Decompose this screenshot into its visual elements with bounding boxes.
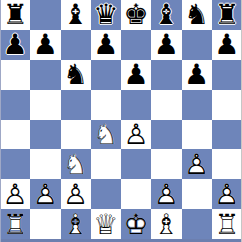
square-f3[interactable] bbox=[151, 149, 181, 179]
square-a2[interactable]: ♟♙ bbox=[0, 179, 30, 209]
piece-white-bishop: ♝♗ bbox=[151, 210, 181, 239]
square-d4[interactable]: ♞♘ bbox=[91, 120, 121, 150]
square-c6[interactable]: ♞ bbox=[61, 60, 91, 90]
piece-white-knight: ♞♘ bbox=[61, 150, 91, 179]
piece-black-king: ♚ bbox=[121, 0, 151, 29]
piece-white-rook: ♜♖ bbox=[0, 210, 30, 239]
square-f4[interactable] bbox=[151, 120, 181, 150]
square-c7[interactable] bbox=[61, 30, 91, 60]
square-a4[interactable] bbox=[0, 120, 30, 150]
piece-black-queen: ♛ bbox=[91, 0, 121, 29]
square-d7[interactable]: ♟ bbox=[91, 30, 121, 60]
piece-white-pawn: ♟♙ bbox=[61, 180, 91, 209]
square-e7[interactable] bbox=[121, 30, 151, 60]
square-d2[interactable] bbox=[91, 179, 121, 209]
piece-white-queen: ♛♕ bbox=[91, 210, 121, 239]
piece-white-king: ♚♔ bbox=[121, 210, 151, 239]
square-a1[interactable]: ♜♖ bbox=[0, 209, 30, 239]
square-e3[interactable] bbox=[121, 149, 151, 179]
square-b5[interactable] bbox=[30, 90, 60, 120]
square-a6[interactable] bbox=[0, 60, 30, 90]
square-b6[interactable] bbox=[30, 60, 60, 90]
square-e5[interactable] bbox=[121, 90, 151, 120]
piece-white-pawn: ♟♙ bbox=[121, 120, 151, 149]
square-b7[interactable]: ♟ bbox=[30, 30, 60, 60]
square-g2[interactable] bbox=[182, 179, 212, 209]
square-b8[interactable] bbox=[30, 0, 60, 30]
piece-white-knight: ♞♘ bbox=[91, 120, 121, 149]
piece-black-pawn: ♟ bbox=[0, 30, 30, 59]
square-e4[interactable]: ♟♙ bbox=[121, 120, 151, 150]
piece-black-pawn: ♟ bbox=[30, 30, 60, 59]
window-edge-right bbox=[241, 0, 242, 242]
piece-black-pawn: ♟ bbox=[151, 30, 181, 59]
square-h2[interactable]: ♟♙ bbox=[212, 179, 242, 209]
square-g1[interactable] bbox=[182, 209, 212, 239]
piece-black-rook: ♜ bbox=[212, 0, 242, 29]
piece-white-pawn: ♟♙ bbox=[212, 180, 242, 209]
square-g3[interactable]: ♟♙ bbox=[182, 149, 212, 179]
square-c8[interactable]: ♝ bbox=[61, 0, 91, 30]
square-f5[interactable] bbox=[151, 90, 181, 120]
chess-board-window: ♜♝♛♚♝♞♜♟♟♟♟♟♞♟♟♞♘♟♙♞♘♟♙♟♙♟♙♟♙♟♙♟♙♜♖♝♗♛♕♚… bbox=[0, 0, 242, 242]
piece-black-pawn: ♟ bbox=[182, 60, 212, 89]
square-h6[interactable] bbox=[212, 60, 242, 90]
square-b2[interactable]: ♟♙ bbox=[30, 179, 60, 209]
piece-black-pawn: ♟ bbox=[91, 30, 121, 59]
square-d1[interactable]: ♛♕ bbox=[91, 209, 121, 239]
piece-black-pawn: ♟ bbox=[121, 60, 151, 89]
square-g4[interactable] bbox=[182, 120, 212, 150]
piece-white-pawn: ♟♙ bbox=[182, 150, 212, 179]
square-a8[interactable]: ♜ bbox=[0, 0, 30, 30]
piece-white-pawn: ♟♙ bbox=[0, 180, 30, 209]
square-f7[interactable]: ♟ bbox=[151, 30, 181, 60]
square-a7[interactable]: ♟ bbox=[0, 30, 30, 60]
square-g8[interactable]: ♞ bbox=[182, 0, 212, 30]
square-f8[interactable]: ♝ bbox=[151, 0, 181, 30]
piece-black-rook: ♜ bbox=[0, 0, 30, 29]
square-f2[interactable]: ♟♙ bbox=[151, 179, 181, 209]
square-c5[interactable] bbox=[61, 90, 91, 120]
square-g7[interactable] bbox=[182, 30, 212, 60]
piece-black-pawn: ♟ bbox=[212, 30, 242, 59]
piece-white-pawn: ♟♙ bbox=[30, 180, 60, 209]
square-h5[interactable] bbox=[212, 90, 242, 120]
square-h7[interactable]: ♟ bbox=[212, 30, 242, 60]
square-e1[interactable]: ♚♔ bbox=[121, 209, 151, 239]
square-f6[interactable] bbox=[151, 60, 181, 90]
square-b3[interactable] bbox=[30, 149, 60, 179]
square-e6[interactable]: ♟ bbox=[121, 60, 151, 90]
piece-black-bishop: ♝ bbox=[61, 0, 91, 29]
piece-black-bishop: ♝ bbox=[151, 0, 181, 29]
piece-black-knight: ♞ bbox=[61, 60, 91, 89]
square-d6[interactable] bbox=[91, 60, 121, 90]
square-g5[interactable] bbox=[182, 90, 212, 120]
square-h4[interactable] bbox=[212, 120, 242, 150]
square-c4[interactable] bbox=[61, 120, 91, 150]
square-b4[interactable] bbox=[30, 120, 60, 150]
square-g6[interactable]: ♟ bbox=[182, 60, 212, 90]
square-d8[interactable]: ♛ bbox=[91, 0, 121, 30]
piece-white-bishop: ♝♗ bbox=[61, 210, 91, 239]
piece-black-knight: ♞ bbox=[182, 0, 212, 29]
chess-board: ♜♝♛♚♝♞♜♟♟♟♟♟♞♟♟♞♘♟♙♞♘♟♙♟♙♟♙♟♙♟♙♟♙♜♖♝♗♛♕♚… bbox=[0, 0, 242, 239]
square-c2[interactable]: ♟♙ bbox=[61, 179, 91, 209]
square-e8[interactable]: ♚ bbox=[121, 0, 151, 30]
square-e2[interactable] bbox=[121, 179, 151, 209]
piece-white-pawn: ♟♙ bbox=[151, 180, 181, 209]
square-f1[interactable]: ♝♗ bbox=[151, 209, 181, 239]
square-h1[interactable]: ♜♖ bbox=[212, 209, 242, 239]
square-c3[interactable]: ♞♘ bbox=[61, 149, 91, 179]
square-d3[interactable] bbox=[91, 149, 121, 179]
piece-white-rook: ♜♖ bbox=[212, 210, 242, 239]
square-a3[interactable] bbox=[0, 149, 30, 179]
square-b1[interactable] bbox=[30, 209, 60, 239]
square-a5[interactable] bbox=[0, 90, 30, 120]
window-edge-left bbox=[0, 0, 1, 242]
square-d5[interactable] bbox=[91, 90, 121, 120]
square-h8[interactable]: ♜ bbox=[212, 0, 242, 30]
square-h3[interactable] bbox=[212, 149, 242, 179]
square-c1[interactable]: ♝♗ bbox=[61, 209, 91, 239]
